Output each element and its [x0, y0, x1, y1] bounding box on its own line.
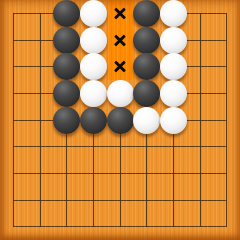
- black-stone[interactable]: [53, 27, 80, 54]
- white-stone[interactable]: [80, 53, 107, 80]
- black-stone[interactable]: [53, 53, 80, 80]
- white-stone[interactable]: [80, 27, 107, 54]
- x-mark[interactable]: [113, 6, 127, 20]
- black-stone[interactable]: [107, 107, 134, 134]
- white-stone[interactable]: [133, 107, 160, 134]
- x-mark[interactable]: [113, 60, 127, 74]
- white-stone[interactable]: [160, 53, 187, 80]
- black-stone[interactable]: [53, 80, 80, 107]
- x-mark[interactable]: [113, 33, 127, 47]
- white-stone[interactable]: [80, 80, 107, 107]
- white-stone[interactable]: [160, 80, 187, 107]
- black-stone[interactable]: [53, 0, 80, 27]
- black-stone[interactable]: [133, 80, 160, 107]
- go-board[interactable]: [0, 0, 240, 240]
- black-stone[interactable]: [133, 0, 160, 27]
- stones-layer: [0, 0, 240, 240]
- white-stone[interactable]: [160, 27, 187, 54]
- black-stone[interactable]: [53, 107, 80, 134]
- white-stone[interactable]: [80, 0, 107, 27]
- white-stone[interactable]: [107, 80, 134, 107]
- white-stone[interactable]: [160, 0, 187, 27]
- white-stone[interactable]: [160, 107, 187, 134]
- black-stone[interactable]: [133, 27, 160, 54]
- black-stone[interactable]: [80, 107, 107, 134]
- black-stone[interactable]: [133, 53, 160, 80]
